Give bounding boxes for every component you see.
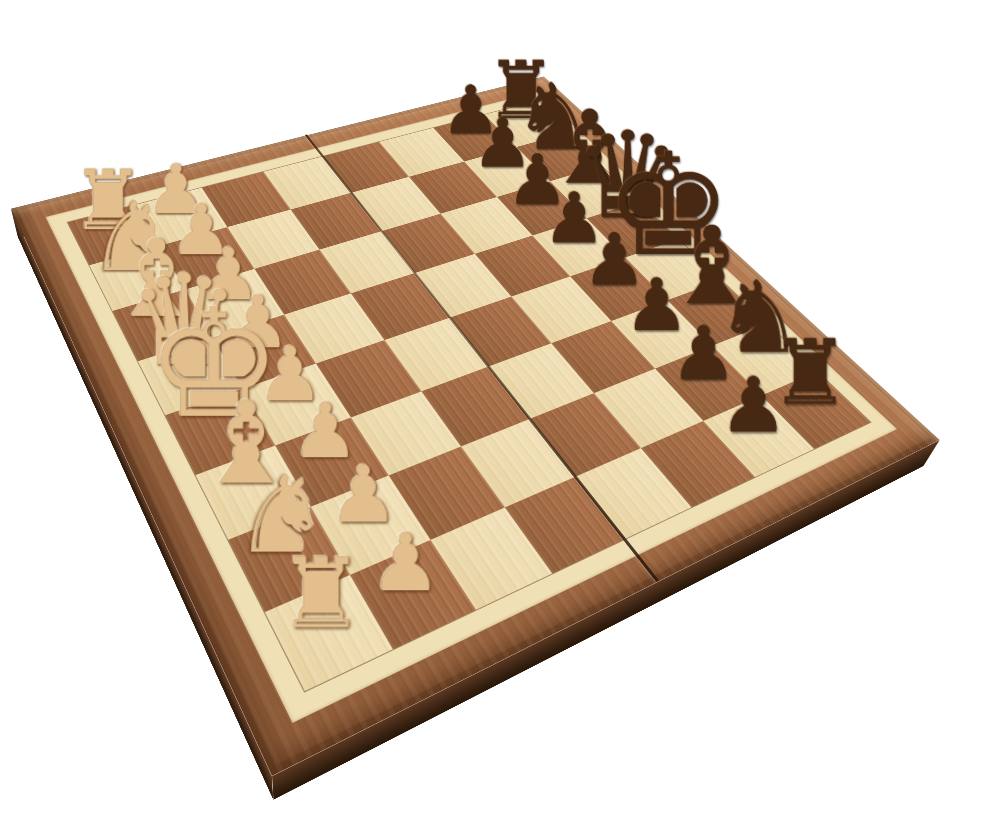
chess-board: ♜♞♝♛♚♝♞♜♟♟♟♟♟♟♟♟♟♟♟♟♟♟♟♟♜♞♝♛♚♝♞♜ xyxy=(11,76,940,776)
product-photo-scene: ♜♞♝♛♚♝♞♜♟♟♟♟♟♟♟♟♟♟♟♟♟♟♟♟♜♞♝♛♚♝♞♜ xyxy=(0,0,1000,816)
